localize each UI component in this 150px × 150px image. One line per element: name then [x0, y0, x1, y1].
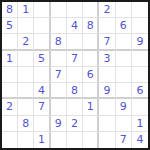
sudoku-cell-r9c9-given[interactable]: 4	[132, 132, 148, 148]
sudoku-cell-r8c1-empty[interactable]	[2, 116, 18, 132]
sudoku-cell-r2c2-empty[interactable]	[18, 18, 34, 34]
sudoku-cell-r2c9-empty[interactable]	[132, 18, 148, 34]
sudoku-cell-r1c5-empty[interactable]	[67, 2, 83, 18]
sudoku-cell-r6c9-given[interactable]: 6	[132, 83, 148, 99]
sudoku-cell-r9c6-empty[interactable]	[83, 132, 99, 148]
sudoku-cell-r3c3-empty[interactable]	[34, 34, 50, 50]
sudoku-cell-r2c8-given[interactable]: 6	[116, 18, 132, 34]
sudoku-cell-r5c3-empty[interactable]	[34, 67, 50, 83]
sudoku-cell-r2c3-empty[interactable]	[34, 18, 50, 34]
sudoku-cell-r9c7-empty[interactable]	[99, 132, 115, 148]
sudoku-cell-r7c8-given[interactable]: 9	[116, 99, 132, 115]
sudoku-cell-r5c8-empty[interactable]	[116, 67, 132, 83]
sudoku-cell-r3c9-given[interactable]: 9	[132, 34, 148, 50]
sudoku-cell-r8c3-empty[interactable]	[34, 116, 50, 132]
sudoku-cell-r8c2-given[interactable]: 8	[18, 116, 34, 132]
sudoku-cell-r4c7-given[interactable]: 3	[99, 51, 115, 67]
sudoku-cell-r5c6-given[interactable]: 6	[83, 67, 99, 83]
sudoku-cell-r9c1-empty[interactable]	[2, 132, 18, 148]
sudoku-cell-r4c9-empty[interactable]	[132, 51, 148, 67]
sudoku-cell-r1c9-empty[interactable]	[132, 2, 148, 18]
sudoku-cell-r3c7-given[interactable]: 7	[99, 34, 115, 50]
sudoku-cell-r3c1-empty[interactable]	[2, 34, 18, 50]
sudoku-cell-r4c5-given[interactable]: 7	[67, 51, 83, 67]
sudoku-cell-r3c8-empty[interactable]	[116, 34, 132, 50]
sudoku-cell-r1c7-given[interactable]: 2	[99, 2, 115, 18]
sudoku-cell-r5c9-empty[interactable]	[132, 67, 148, 83]
sudoku-cell-r2c6-given[interactable]: 8	[83, 18, 99, 34]
sudoku-cell-r5c1-empty[interactable]	[2, 67, 18, 83]
sudoku-cell-r6c8-empty[interactable]	[116, 83, 132, 99]
sudoku-cell-r1c3-empty[interactable]	[34, 2, 50, 18]
sudoku-cell-r1c6-empty[interactable]	[83, 2, 99, 18]
sudoku-cell-r4c6-empty[interactable]	[83, 51, 99, 67]
sudoku-cell-r1c4-empty[interactable]	[51, 2, 67, 18]
sudoku-cell-r5c4-given[interactable]: 7	[51, 67, 67, 83]
sudoku-cell-r3c6-empty[interactable]	[83, 34, 99, 50]
sudoku-cell-r2c1-given[interactable]: 5	[2, 18, 18, 34]
sudoku-cell-r3c5-empty[interactable]	[67, 34, 83, 50]
sudoku-cell-r7c2-empty[interactable]	[18, 99, 34, 115]
sudoku-cell-r7c5-empty[interactable]	[67, 99, 83, 115]
sudoku-cell-r6c1-empty[interactable]	[2, 83, 18, 99]
sudoku-board: 81254862879157376489627198921174	[0, 0, 150, 150]
sudoku-cell-r6c6-empty[interactable]	[83, 83, 99, 99]
sudoku-cell-r8c4-given[interactable]: 9	[51, 116, 67, 132]
sudoku-cell-r4c8-empty[interactable]	[116, 51, 132, 67]
sudoku-cell-r5c5-empty[interactable]	[67, 67, 83, 83]
sudoku-cell-r9c5-empty[interactable]	[67, 132, 83, 148]
sudoku-cell-r1c8-empty[interactable]	[116, 2, 132, 18]
sudoku-cell-r1c1-given[interactable]: 8	[2, 2, 18, 18]
sudoku-cell-r7c1-given[interactable]: 2	[2, 99, 18, 115]
sudoku-cell-r9c8-given[interactable]: 7	[116, 132, 132, 148]
sudoku-cell-r8c6-empty[interactable]	[83, 116, 99, 132]
sudoku-cell-r3c2-given[interactable]: 2	[18, 34, 34, 50]
sudoku-cell-r3c4-given[interactable]: 8	[51, 34, 67, 50]
sudoku-cell-r6c4-empty[interactable]	[51, 83, 67, 99]
sudoku-cell-r5c2-empty[interactable]	[18, 67, 34, 83]
sudoku-cell-r7c4-empty[interactable]	[51, 99, 67, 115]
sudoku-cell-r9c2-empty[interactable]	[18, 132, 34, 148]
sudoku-cell-r7c7-empty[interactable]	[99, 99, 115, 115]
sudoku-cell-r7c9-empty[interactable]	[132, 99, 148, 115]
sudoku-cell-r8c7-empty[interactable]	[99, 116, 115, 132]
sudoku-cell-r1c2-given[interactable]: 1	[18, 2, 34, 18]
sudoku-cell-r4c2-empty[interactable]	[18, 51, 34, 67]
sudoku-cell-r7c6-given[interactable]: 1	[83, 99, 99, 115]
sudoku-cell-r8c5-given[interactable]: 2	[67, 116, 83, 132]
sudoku-cell-r6c5-given[interactable]: 8	[67, 83, 83, 99]
sudoku-cell-r9c4-empty[interactable]	[51, 132, 67, 148]
sudoku-cell-r9c3-given[interactable]: 1	[34, 132, 50, 148]
sudoku-cell-r5c7-empty[interactable]	[99, 67, 115, 83]
sudoku-cell-r2c5-given[interactable]: 4	[67, 18, 83, 34]
sudoku-cell-r6c2-empty[interactable]	[18, 83, 34, 99]
sudoku-cell-r6c3-given[interactable]: 4	[34, 83, 50, 99]
sudoku-cell-r8c8-empty[interactable]	[116, 116, 132, 132]
sudoku-cell-r7c3-given[interactable]: 7	[34, 99, 50, 115]
sudoku-cell-r4c4-empty[interactable]	[51, 51, 67, 67]
sudoku-cell-r8c9-given[interactable]: 1	[132, 116, 148, 132]
sudoku-cell-r6c7-given[interactable]: 9	[99, 83, 115, 99]
sudoku-cell-r4c3-given[interactable]: 5	[34, 51, 50, 67]
sudoku-cell-r2c4-empty[interactable]	[51, 18, 67, 34]
sudoku-cell-r4c1-given[interactable]: 1	[2, 51, 18, 67]
sudoku-cell-r2c7-empty[interactable]	[99, 18, 115, 34]
